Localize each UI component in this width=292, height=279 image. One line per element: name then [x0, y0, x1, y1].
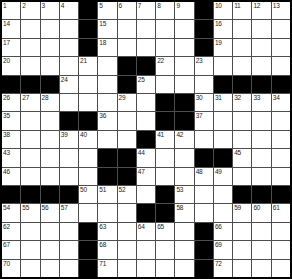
white-cell-r5c10[interactable] [175, 76, 193, 93]
black-cell-r2c5 [79, 20, 97, 37]
clue-number-49: 49 [215, 168, 222, 176]
white-cell-r12c4[interactable]: 57 [60, 204, 78, 221]
white-cell-r7c11[interactable]: 37 [195, 112, 213, 129]
clue-number-66: 66 [215, 223, 222, 231]
white-cell-r3c12[interactable]: 19 [214, 39, 232, 56]
white-cell-r1c6[interactable]: 5 [98, 2, 116, 19]
black-cell-r7c10 [175, 112, 193, 129]
black-cell-r15c5 [79, 260, 97, 277]
white-cell-r15c4[interactable] [60, 260, 78, 277]
white-cell-r4c2[interactable] [21, 57, 39, 74]
clue-number-31: 31 [215, 94, 222, 102]
white-cell-r4c14[interactable] [252, 57, 270, 74]
white-cell-r15c15[interactable] [272, 260, 290, 277]
white-cell-r12c11[interactable] [195, 204, 213, 221]
white-cell-r15c2[interactable] [21, 260, 39, 277]
white-cell-r6c1[interactable]: 26 [2, 94, 20, 111]
clue-number-61: 61 [273, 204, 280, 212]
black-cell-r13c5 [79, 223, 97, 240]
white-cell-r7c12[interactable] [214, 112, 232, 129]
white-cell-r3c9[interactable] [156, 39, 174, 56]
white-cell-r15c12[interactable]: 72 [214, 260, 232, 277]
clue-number-3: 3 [42, 2, 45, 10]
white-cell-r3c4[interactable] [60, 39, 78, 56]
clue-number-21: 21 [80, 57, 87, 65]
white-cell-r6c11[interactable]: 30 [195, 94, 213, 111]
black-cell-r6c9 [156, 94, 174, 111]
white-cell-r2c1[interactable]: 14 [2, 20, 20, 37]
white-cell-r2c7[interactable] [118, 20, 136, 37]
clue-number-16: 16 [215, 20, 222, 28]
clue-number-51: 51 [99, 186, 106, 194]
white-cell-r5c5[interactable] [79, 76, 97, 93]
white-cell-r13c12[interactable]: 66 [214, 223, 232, 240]
white-cell-r15c10[interactable] [175, 260, 193, 277]
clue-number-12: 12 [253, 2, 260, 10]
clue-number-42: 42 [176, 131, 183, 139]
white-cell-r9c10[interactable] [175, 149, 193, 166]
white-cell-r15c3[interactable] [41, 260, 59, 277]
clue-number-28: 28 [42, 94, 49, 102]
black-cell-r6c10 [175, 94, 193, 111]
clue-number-26: 26 [3, 94, 10, 102]
clue-number-17: 17 [3, 39, 10, 47]
white-cell-r1c9[interactable]: 8 [156, 2, 174, 19]
white-cell-r5c4[interactable]: 24 [60, 76, 78, 93]
clue-number-46: 46 [3, 168, 10, 176]
white-cell-r1c14[interactable]: 12 [252, 2, 270, 19]
white-cell-r14c6[interactable]: 68 [98, 241, 116, 258]
white-cell-r6c8[interactable] [137, 94, 155, 111]
white-cell-r12c7[interactable] [118, 204, 136, 221]
black-cell-r11c4 [60, 186, 78, 203]
white-cell-r2c12[interactable]: 16 [214, 20, 232, 37]
white-cell-r13c3[interactable] [41, 223, 59, 240]
white-cell-r6c2[interactable]: 27 [21, 94, 39, 111]
white-cell-r9c15[interactable] [272, 149, 290, 166]
white-cell-r9c2[interactable] [21, 149, 39, 166]
white-cell-r8c11[interactable] [195, 131, 213, 148]
white-cell-r15c9[interactable] [156, 260, 174, 277]
white-cell-r2c13[interactable] [233, 20, 251, 37]
white-cell-r6c5[interactable] [79, 94, 97, 111]
white-cell-r4c4[interactable] [60, 57, 78, 74]
black-cell-r9c7 [118, 149, 136, 166]
clue-number-57: 57 [61, 204, 68, 212]
white-cell-r5c8[interactable]: 25 [137, 76, 155, 93]
clue-number-39: 39 [61, 131, 68, 139]
black-cell-r7c9 [156, 112, 174, 129]
white-cell-r8c10[interactable]: 42 [175, 131, 193, 148]
white-cell-r13c2[interactable] [21, 223, 39, 240]
black-cell-r11c9 [156, 186, 174, 203]
white-cell-r14c14[interactable] [252, 241, 270, 258]
white-cell-r7c8[interactable] [137, 112, 155, 129]
white-cell-r7c3[interactable] [41, 112, 59, 129]
clue-number-40: 40 [80, 131, 87, 139]
black-cell-r8c8 [137, 131, 155, 148]
white-cell-r11c10[interactable]: 53 [175, 186, 193, 203]
black-cell-r5c12 [214, 76, 232, 93]
white-cell-r13c6[interactable]: 63 [98, 223, 116, 240]
black-cell-r5c15 [272, 76, 290, 93]
white-cell-r12c1[interactable]: 54 [2, 204, 20, 221]
black-cell-r14c5 [79, 241, 97, 258]
white-cell-r12c14[interactable]: 60 [252, 204, 270, 221]
white-cell-r11c6[interactable]: 51 [98, 186, 116, 203]
white-cell-r11c7[interactable]: 52 [118, 186, 136, 203]
white-cell-r11c5[interactable]: 50 [79, 186, 97, 203]
white-cell-r12c2[interactable]: 55 [21, 204, 39, 221]
black-cell-r3c5 [79, 39, 97, 56]
black-cell-r10c7 [118, 168, 136, 185]
white-cell-r7c6[interactable]: 36 [98, 112, 116, 129]
white-cell-r8c7[interactable] [118, 131, 136, 148]
white-cell-r2c14[interactable] [252, 20, 270, 37]
white-cell-r11c8[interactable] [137, 186, 155, 203]
white-cell-r6c15[interactable]: 34 [272, 94, 290, 111]
clue-number-8: 8 [157, 2, 160, 10]
white-cell-r10c5[interactable] [79, 168, 97, 185]
white-cell-r3c6[interactable]: 18 [98, 39, 116, 56]
white-cell-r14c12[interactable]: 69 [214, 241, 232, 258]
white-cell-r3c7[interactable] [118, 39, 136, 56]
white-cell-r7c1[interactable]: 35 [2, 112, 20, 129]
white-cell-r13c4[interactable] [60, 223, 78, 240]
white-cell-r10c8[interactable]: 47 [137, 168, 155, 185]
white-cell-r9c8[interactable]: 44 [137, 149, 155, 166]
white-cell-r7c7[interactable] [118, 112, 136, 129]
white-cell-r14c13[interactable] [233, 241, 251, 258]
white-cell-r9c14[interactable] [252, 149, 270, 166]
white-cell-r12c15[interactable]: 61 [272, 204, 290, 221]
white-cell-r9c9[interactable] [156, 149, 174, 166]
clue-number-70: 70 [3, 260, 10, 268]
black-cell-r4c7 [118, 57, 136, 74]
white-cell-r3c13[interactable] [233, 39, 251, 56]
black-cell-r9c11 [195, 149, 213, 166]
white-cell-r15c13[interactable] [233, 260, 251, 277]
white-cell-r9c13[interactable]: 45 [233, 149, 251, 166]
white-cell-r9c5[interactable] [79, 149, 97, 166]
clue-number-53: 53 [176, 186, 183, 194]
white-cell-r6c7[interactable]: 29 [118, 94, 136, 111]
white-cell-r14c7[interactable] [118, 241, 136, 258]
black-cell-r9c12 [214, 149, 232, 166]
clue-number-64: 64 [138, 223, 145, 231]
black-cell-r1c11 [195, 2, 213, 19]
white-cell-r9c4[interactable] [60, 149, 78, 166]
white-cell-r14c2[interactable] [21, 241, 39, 258]
white-cell-r1c8[interactable]: 7 [137, 2, 155, 19]
clue-number-63: 63 [99, 223, 106, 231]
white-cell-r6c6[interactable] [98, 94, 116, 111]
black-cell-r10c6 [98, 168, 116, 185]
white-cell-r8c1[interactable]: 38 [2, 131, 20, 148]
clue-number-22: 22 [157, 57, 164, 65]
white-cell-r8c3[interactable] [41, 131, 59, 148]
white-cell-r15c1[interactable]: 70 [2, 260, 20, 277]
black-cell-r12c9 [156, 204, 174, 221]
white-cell-r13c9[interactable]: 65 [156, 223, 174, 240]
white-cell-r3c3[interactable] [41, 39, 59, 56]
white-cell-r8c2[interactable] [21, 131, 39, 148]
black-cell-r7c4 [60, 112, 78, 129]
white-cell-r1c4[interactable]: 4 [60, 2, 78, 19]
clue-number-30: 30 [196, 94, 203, 102]
white-cell-r12c6[interactable] [98, 204, 116, 221]
white-cell-r3c2[interactable] [21, 39, 39, 56]
black-cell-r11c15 [272, 186, 290, 203]
clue-number-19: 19 [215, 39, 222, 47]
clue-number-6: 6 [119, 2, 122, 10]
white-cell-r3c14[interactable] [252, 39, 270, 56]
white-cell-r4c5[interactable]: 21 [79, 57, 97, 74]
clue-number-14: 14 [3, 20, 10, 28]
crossword-board: 1234567891011121314151617181920212223242… [0, 0, 292, 279]
white-cell-r2c8[interactable] [137, 20, 155, 37]
black-cell-r13c11 [195, 223, 213, 240]
clue-number-18: 18 [99, 39, 106, 47]
white-cell-r12c5[interactable] [79, 204, 97, 221]
black-cell-r11c14 [252, 186, 270, 203]
white-cell-r13c8[interactable]: 64 [137, 223, 155, 240]
clue-number-33: 33 [253, 94, 260, 102]
white-cell-r14c8[interactable] [137, 241, 155, 258]
white-cell-r1c7[interactable]: 6 [118, 2, 136, 19]
black-cell-r5c1 [2, 76, 20, 93]
white-cell-r13c13[interactable] [233, 223, 251, 240]
white-cell-r4c10[interactable] [175, 57, 193, 74]
white-cell-r14c4[interactable] [60, 241, 78, 258]
black-cell-r3c11 [195, 39, 213, 56]
white-cell-r15c14[interactable] [252, 260, 270, 277]
white-cell-r7c2[interactable] [21, 112, 39, 129]
clue-number-59: 59 [234, 204, 241, 212]
black-cell-r14c11 [195, 241, 213, 258]
white-cell-r15c6[interactable]: 71 [98, 260, 116, 277]
white-cell-r2c9[interactable] [156, 20, 174, 37]
white-cell-r8c6[interactable] [98, 131, 116, 148]
clue-number-71: 71 [99, 260, 106, 268]
white-cell-r10c4[interactable] [60, 168, 78, 185]
white-cell-r14c1[interactable]: 67 [2, 241, 20, 258]
clue-number-43: 43 [3, 149, 10, 157]
black-cell-r11c13 [233, 186, 251, 203]
white-cell-r12c12[interactable] [214, 204, 232, 221]
clue-number-60: 60 [253, 204, 260, 212]
white-cell-r1c15[interactable]: 13 [272, 2, 290, 19]
clue-number-10: 10 [215, 2, 222, 10]
white-cell-r4c12[interactable] [214, 57, 232, 74]
white-cell-r11c11[interactable] [195, 186, 213, 203]
white-cell-r2c2[interactable] [21, 20, 39, 37]
clue-number-13: 13 [273, 2, 280, 10]
white-cell-r7c14[interactable] [252, 112, 270, 129]
clue-number-56: 56 [42, 204, 49, 212]
clue-number-72: 72 [215, 260, 222, 268]
white-cell-r10c1[interactable]: 46 [2, 168, 20, 185]
clue-number-11: 11 [234, 2, 240, 10]
clue-number-4: 4 [61, 2, 64, 10]
clue-number-41: 41 [157, 131, 164, 139]
white-cell-r1c12[interactable]: 10 [214, 2, 232, 19]
white-cell-r2c15[interactable] [272, 20, 290, 37]
white-cell-r15c7[interactable] [118, 260, 136, 277]
white-cell-r5c11[interactable] [195, 76, 213, 93]
white-cell-r1c3[interactable]: 3 [41, 2, 59, 19]
white-cell-r3c1[interactable]: 17 [2, 39, 20, 56]
white-cell-r8c4[interactable]: 39 [60, 131, 78, 148]
white-cell-r6c14[interactable]: 33 [252, 94, 270, 111]
white-cell-r13c15[interactable] [272, 223, 290, 240]
black-cell-r5c14 [252, 76, 270, 93]
black-cell-r11c3 [41, 186, 59, 203]
black-cell-r12c8 [137, 204, 155, 221]
white-cell-r13c7[interactable] [118, 223, 136, 240]
white-cell-r4c11[interactable]: 23 [195, 57, 213, 74]
white-cell-r2c6[interactable]: 15 [98, 20, 116, 37]
white-cell-r8c9[interactable]: 41 [156, 131, 174, 148]
white-cell-r6c13[interactable]: 32 [233, 94, 251, 111]
white-cell-r6c12[interactable]: 31 [214, 94, 232, 111]
clue-number-9: 9 [176, 2, 179, 10]
white-cell-r1c2[interactable]: 2 [21, 2, 39, 19]
clue-number-35: 35 [3, 112, 10, 120]
clue-number-54: 54 [3, 204, 10, 212]
white-cell-r10c13[interactable] [233, 168, 251, 185]
black-cell-r2c11 [195, 20, 213, 37]
black-cell-r7c5 [79, 112, 97, 129]
white-cell-r3c15[interactable] [272, 39, 290, 56]
white-cell-r7c15[interactable] [272, 112, 290, 129]
clue-number-2: 2 [22, 2, 25, 10]
white-cell-r11c12[interactable] [214, 186, 232, 203]
clue-number-69: 69 [215, 241, 222, 249]
white-cell-r4c13[interactable] [233, 57, 251, 74]
white-cell-r5c6[interactable] [98, 76, 116, 93]
white-cell-r10c11[interactable]: 48 [195, 168, 213, 185]
clue-number-45: 45 [234, 149, 241, 157]
clue-number-52: 52 [119, 186, 126, 194]
black-cell-r9c6 [98, 149, 116, 166]
clue-number-15: 15 [99, 20, 106, 28]
clue-number-24: 24 [61, 76, 68, 84]
white-cell-r9c1[interactable]: 43 [2, 149, 20, 166]
black-cell-r15c11 [195, 260, 213, 277]
clue-number-20: 20 [3, 57, 10, 65]
black-cell-r5c7 [118, 76, 136, 93]
white-cell-r10c10[interactable] [175, 168, 193, 185]
clue-number-7: 7 [138, 2, 141, 10]
black-cell-r11c1 [2, 186, 20, 203]
clue-number-1: 1 [3, 2, 6, 10]
clue-number-23: 23 [196, 57, 203, 65]
white-cell-r5c9[interactable] [156, 76, 174, 93]
clue-number-38: 38 [3, 131, 10, 139]
white-cell-r14c15[interactable] [272, 241, 290, 258]
black-cell-r4c8 [137, 57, 155, 74]
white-cell-r1c1[interactable]: 1 [2, 2, 20, 19]
clue-number-55: 55 [22, 204, 29, 212]
white-cell-r12c3[interactable]: 56 [41, 204, 59, 221]
black-cell-r1c5 [79, 2, 97, 19]
white-cell-r4c9[interactable]: 22 [156, 57, 174, 74]
white-cell-r14c10[interactable] [175, 241, 193, 258]
black-cell-r5c13 [233, 76, 251, 93]
white-cell-r8c15[interactable] [272, 131, 290, 148]
clue-number-65: 65 [157, 223, 164, 231]
white-cell-r8c12[interactable] [214, 131, 232, 148]
white-cell-r12c10[interactable]: 58 [175, 204, 193, 221]
clue-number-50: 50 [80, 186, 87, 194]
white-cell-r3c8[interactable] [137, 39, 155, 56]
white-cell-r10c9[interactable] [156, 168, 174, 185]
clue-number-58: 58 [176, 204, 183, 212]
clue-number-48: 48 [196, 168, 203, 176]
white-cell-r6c4[interactable] [60, 94, 78, 111]
white-cell-r14c3[interactable] [41, 241, 59, 258]
clue-number-27: 27 [22, 94, 29, 102]
black-cell-r5c3 [41, 76, 59, 93]
white-cell-r10c3[interactable] [41, 168, 59, 185]
white-cell-r10c12[interactable]: 49 [214, 168, 232, 185]
clue-number-67: 67 [3, 241, 10, 249]
white-cell-r15c8[interactable] [137, 260, 155, 277]
white-cell-r10c2[interactable] [21, 168, 39, 185]
black-cell-r11c2 [21, 186, 39, 203]
white-cell-r10c14[interactable] [252, 168, 270, 185]
clue-number-32: 32 [234, 94, 241, 102]
white-cell-r8c5[interactable]: 40 [79, 131, 97, 148]
white-cell-r13c10[interactable] [175, 223, 193, 240]
white-cell-r12c13[interactable]: 59 [233, 204, 251, 221]
clue-number-34: 34 [273, 94, 280, 102]
white-cell-r8c14[interactable] [252, 131, 270, 148]
white-cell-r3c10[interactable] [175, 39, 193, 56]
white-cell-r1c13[interactable]: 11 [233, 2, 251, 19]
clue-number-5: 5 [99, 2, 102, 10]
white-cell-r14c9[interactable] [156, 241, 174, 258]
clue-number-37: 37 [196, 112, 203, 120]
clue-number-29: 29 [119, 94, 126, 102]
white-cell-r4c6[interactable] [98, 57, 116, 74]
clue-number-36: 36 [99, 112, 106, 120]
white-cell-r1c10[interactable]: 9 [175, 2, 193, 19]
white-cell-r2c4[interactable] [60, 20, 78, 37]
clue-number-62: 62 [3, 223, 10, 231]
white-cell-r7c13[interactable] [233, 112, 251, 129]
white-cell-r4c15[interactable] [272, 57, 290, 74]
white-cell-r9c3[interactable] [41, 149, 59, 166]
white-cell-r13c14[interactable] [252, 223, 270, 240]
white-cell-r4c3[interactable] [41, 57, 59, 74]
clue-number-44: 44 [138, 149, 145, 157]
clue-number-25: 25 [138, 76, 145, 84]
white-cell-r4c1[interactable]: 20 [2, 57, 20, 74]
white-cell-r6c3[interactable]: 28 [41, 94, 59, 111]
white-cell-r8c13[interactable] [233, 131, 251, 148]
clue-number-68: 68 [99, 241, 106, 249]
white-cell-r2c3[interactable] [41, 20, 59, 37]
white-cell-r2c10[interactable] [175, 20, 193, 37]
black-cell-r5c2 [21, 76, 39, 93]
white-cell-r13c1[interactable]: 62 [2, 223, 20, 240]
clue-number-47: 47 [138, 168, 145, 176]
white-cell-r10c15[interactable] [272, 168, 290, 185]
